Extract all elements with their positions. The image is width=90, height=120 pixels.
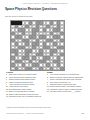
- running-header: Unit 8 Space physics — Revision · Crossw…: [0, 2, 90, 4]
- down-list: 1Very dense remains of a collapsed star2…: [47, 74, 85, 93]
- across-column: Across 1Star at the centre of our solar …: [6, 71, 44, 99]
- clue-item: 17Explosion at the end of a massive star…: [6, 96, 44, 98]
- page-title: Space Physics Revision Questions: [5, 8, 57, 11]
- across-list: 1Star at the centre of our solar system3…: [6, 74, 44, 98]
- clue-item: 16Our star system is called the ___ syst…: [47, 91, 85, 93]
- clue-lists: Across 1Star at the centre of our solar …: [6, 71, 85, 99]
- footer-text: Photocopiable worksheet — Space physics …: [6, 113, 44, 115]
- answers-note: Answers to this crossword can be found a…: [6, 107, 78, 109]
- clue-text: Explosion at the end of a massive star's…: [9, 96, 44, 98]
- down-column: Down 1Very dense remains of a collapsed …: [47, 71, 85, 99]
- page-footer: Photocopiable worksheet — Space physics …: [6, 113, 84, 115]
- grid-cell: [60, 67, 64, 71]
- worksheet-page: Unit 8 Space physics — Revision · Crossw…: [0, 0, 90, 120]
- clue-text: Our star system is called the ___ system: [50, 91, 85, 93]
- page-number: 103: [81, 113, 84, 115]
- crossword-grid: [10, 20, 65, 71]
- page-subtitle: Use the clues to complete the grid: [5, 15, 32, 17]
